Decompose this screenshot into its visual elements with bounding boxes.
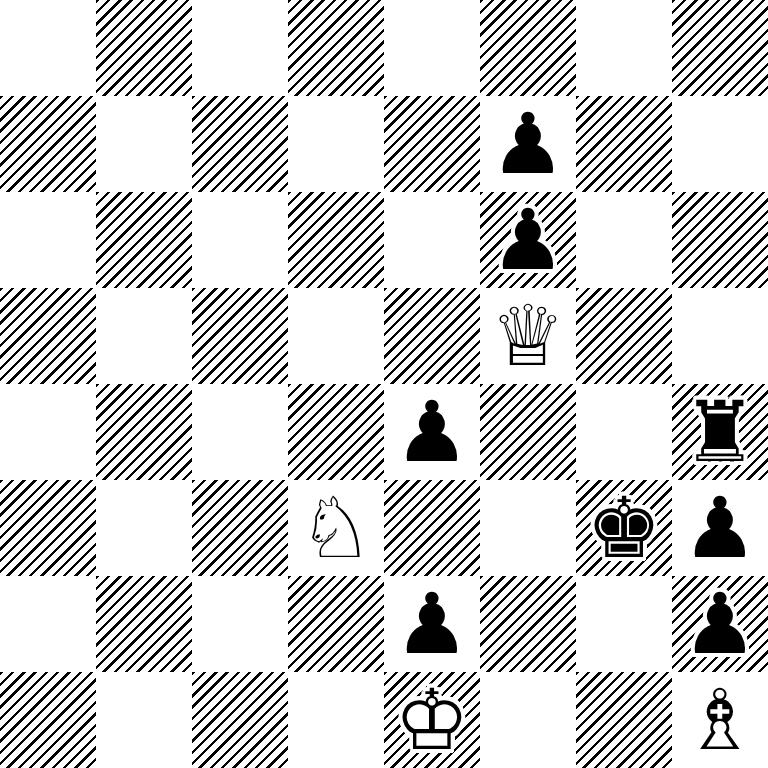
piece-glyph: ♟ [672,480,768,576]
piece-glyph: ♟ [480,192,576,288]
square-g1[interactable] [576,672,672,768]
piece-white-knight[interactable]: ♞♘ [288,480,384,576]
square-f1[interactable] [480,672,576,768]
square-f3[interactable] [480,480,576,576]
square-b3[interactable] [96,480,192,576]
square-b6[interactable] [96,192,192,288]
piece-glyph: ♚ [576,480,672,576]
piece-black-pawn[interactable]: ♟♟ [384,576,480,672]
square-g4[interactable] [576,384,672,480]
piece-glyph: ♟ [480,96,576,192]
square-h4[interactable]: ♜♜ [672,384,768,480]
square-b4[interactable] [96,384,192,480]
square-e5[interactable] [384,288,480,384]
square-c7[interactable] [192,96,288,192]
square-d3[interactable]: ♞♘ [288,480,384,576]
square-e4[interactable]: ♟♟ [384,384,480,480]
piece-glyph: ♔ [384,672,480,768]
square-d4[interactable] [288,384,384,480]
piece-black-rook[interactable]: ♜♜ [672,384,768,480]
square-a3[interactable] [0,480,96,576]
square-h6[interactable] [672,192,768,288]
square-f5[interactable]: ♛♕ [480,288,576,384]
square-f8[interactable] [480,0,576,96]
square-b5[interactable] [96,288,192,384]
square-h5[interactable] [672,288,768,384]
square-g8[interactable] [576,0,672,96]
square-e7[interactable] [384,96,480,192]
square-h7[interactable] [672,96,768,192]
square-d7[interactable] [288,96,384,192]
square-c2[interactable] [192,576,288,672]
square-e6[interactable] [384,192,480,288]
square-d6[interactable] [288,192,384,288]
square-g2[interactable] [576,576,672,672]
square-h2[interactable]: ♟♟ [672,576,768,672]
piece-black-king[interactable]: ♚♚ [576,480,672,576]
square-e8[interactable] [384,0,480,96]
square-d5[interactable] [288,288,384,384]
piece-glyph: ♟ [384,384,480,480]
square-c6[interactable] [192,192,288,288]
square-h8[interactable] [672,0,768,96]
square-h1[interactable]: ♝♗ [672,672,768,768]
square-a7[interactable] [0,96,96,192]
piece-glyph: ♜ [672,384,768,480]
square-f2[interactable] [480,576,576,672]
square-h3[interactable]: ♟♟ [672,480,768,576]
piece-glyph: ♘ [288,480,384,576]
square-c8[interactable] [192,0,288,96]
square-d8[interactable] [288,0,384,96]
piece-black-pawn[interactable]: ♟♟ [384,384,480,480]
square-g5[interactable] [576,288,672,384]
square-a6[interactable] [0,192,96,288]
piece-glyph: ♟ [672,576,768,672]
square-a5[interactable] [0,288,96,384]
square-g7[interactable] [576,96,672,192]
square-a4[interactable] [0,384,96,480]
square-g6[interactable] [576,192,672,288]
square-b1[interactable] [96,672,192,768]
square-a1[interactable] [0,672,96,768]
square-a8[interactable] [0,0,96,96]
piece-black-pawn[interactable]: ♟♟ [480,192,576,288]
piece-black-pawn[interactable]: ♟♟ [480,96,576,192]
piece-glyph: ♗ [672,672,768,768]
square-e2[interactable]: ♟♟ [384,576,480,672]
square-f6[interactable]: ♟♟ [480,192,576,288]
square-g3[interactable]: ♚♚ [576,480,672,576]
square-c3[interactable] [192,480,288,576]
square-a2[interactable] [0,576,96,672]
square-e3[interactable] [384,480,480,576]
square-f7[interactable]: ♟♟ [480,96,576,192]
square-c5[interactable] [192,288,288,384]
square-e1[interactable]: ♚♔ [384,672,480,768]
piece-white-bishop[interactable]: ♝♗ [672,672,768,768]
chess-board: ♟♟♟♟♛♕♟♟♜♜♞♘♚♚♟♟♟♟♟♟♚♔♝♗ [0,0,768,768]
piece-black-pawn[interactable]: ♟♟ [672,480,768,576]
square-f4[interactable] [480,384,576,480]
piece-glyph: ♟ [384,576,480,672]
square-d1[interactable] [288,672,384,768]
square-d2[interactable] [288,576,384,672]
piece-white-queen[interactable]: ♛♕ [480,288,576,384]
square-c1[interactable] [192,672,288,768]
square-b2[interactable] [96,576,192,672]
square-b8[interactable] [96,0,192,96]
piece-glyph: ♕ [480,288,576,384]
piece-black-pawn[interactable]: ♟♟ [672,576,768,672]
piece-white-king[interactable]: ♚♔ [384,672,480,768]
square-b7[interactable] [96,96,192,192]
square-c4[interactable] [192,384,288,480]
